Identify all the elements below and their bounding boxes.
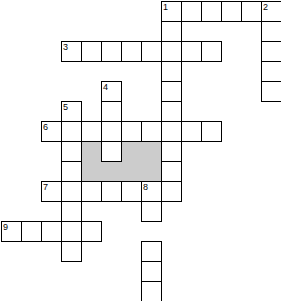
cell-r9c6[interactable] xyxy=(121,181,142,202)
cell-r6c10[interactable] xyxy=(201,121,222,142)
cell-r10c7[interactable] xyxy=(141,201,162,222)
cell-r0c10[interactable] xyxy=(201,1,222,22)
cell-r12c7[interactable] xyxy=(141,241,162,262)
cell-r4c8[interactable] xyxy=(161,81,182,102)
cell-r4c13[interactable] xyxy=(261,81,281,102)
cell-r0c8[interactable]: 1 xyxy=(161,1,182,22)
cell-r8c8[interactable] xyxy=(161,161,182,182)
cell-r8c3[interactable] xyxy=(61,161,82,182)
cell-r0c13[interactable]: 2 xyxy=(261,1,281,22)
cell-r2c7[interactable] xyxy=(141,41,162,62)
cell-r11c3[interactable] xyxy=(61,221,82,242)
cell-r7c8[interactable] xyxy=(161,141,182,162)
clue-number-8: 8 xyxy=(143,183,148,192)
clue-number-7: 7 xyxy=(43,183,48,192)
cell-r6c6[interactable] xyxy=(121,121,142,142)
clue-number-4: 4 xyxy=(103,83,108,92)
cell-r5c5[interactable] xyxy=(101,101,122,122)
cell-r11c1[interactable] xyxy=(21,221,42,242)
cell-r9c5[interactable] xyxy=(101,181,122,202)
cell-r2c4[interactable] xyxy=(81,41,102,62)
cell-r2c3[interactable]: 3 xyxy=(61,41,82,62)
cell-r2c10[interactable] xyxy=(201,41,222,62)
cell-r10c3[interactable] xyxy=(61,201,82,222)
cell-r6c2[interactable]: 6 xyxy=(41,121,62,142)
cell-r7c3[interactable] xyxy=(61,141,82,162)
cell-r9c2[interactable]: 7 xyxy=(41,181,62,202)
cell-r7c5[interactable] xyxy=(101,141,122,162)
cell-r3c13[interactable] xyxy=(261,61,281,82)
clue-number-1: 1 xyxy=(163,3,168,12)
clue-number-6: 6 xyxy=(43,123,48,132)
cell-r2c6[interactable] xyxy=(121,41,142,62)
cell-r0c9[interactable] xyxy=(181,1,202,22)
clue-number-2: 2 xyxy=(263,3,268,12)
cell-r3c8[interactable] xyxy=(161,61,182,82)
cell-r1c13[interactable] xyxy=(261,21,281,42)
clue-number-9: 9 xyxy=(3,223,8,232)
cell-r9c4[interactable] xyxy=(81,181,102,202)
cell-r11c4[interactable] xyxy=(81,221,102,242)
cell-r2c13[interactable] xyxy=(261,41,281,62)
clue-number-3: 3 xyxy=(63,43,68,52)
cell-r0c11[interactable] xyxy=(221,1,242,22)
cell-r2c8[interactable] xyxy=(161,41,182,62)
cell-r11c2[interactable] xyxy=(41,221,62,242)
cell-r6c9[interactable] xyxy=(181,121,202,142)
cell-r6c4[interactable] xyxy=(81,121,102,142)
crossword-puzzle: 123456789 xyxy=(0,0,281,301)
cell-r5c3[interactable]: 5 xyxy=(61,101,82,122)
cell-r14c7[interactable] xyxy=(141,281,162,301)
cell-r6c8[interactable] xyxy=(161,121,182,142)
cell-r0c12[interactable] xyxy=(241,1,262,22)
cell-r6c5[interactable] xyxy=(101,121,122,142)
cell-r6c7[interactable] xyxy=(141,121,162,142)
crossword-grid: 123456789 xyxy=(0,0,281,301)
cell-r1c8[interactable] xyxy=(161,21,182,42)
cell-r11c0[interactable]: 9 xyxy=(1,221,22,242)
cell-r2c9[interactable] xyxy=(181,41,202,62)
cell-r9c7[interactable]: 8 xyxy=(141,181,162,202)
clue-number-5: 5 xyxy=(63,103,68,112)
cell-r9c3[interactable] xyxy=(61,181,82,202)
cell-r9c8[interactable] xyxy=(161,181,182,202)
cell-r12c3[interactable] xyxy=(61,241,82,262)
cell-r6c3[interactable] xyxy=(61,121,82,142)
cell-r13c7[interactable] xyxy=(141,261,162,282)
cell-r2c5[interactable] xyxy=(101,41,122,62)
cell-r5c8[interactable] xyxy=(161,101,182,122)
cell-r4c5[interactable]: 4 xyxy=(101,81,122,102)
